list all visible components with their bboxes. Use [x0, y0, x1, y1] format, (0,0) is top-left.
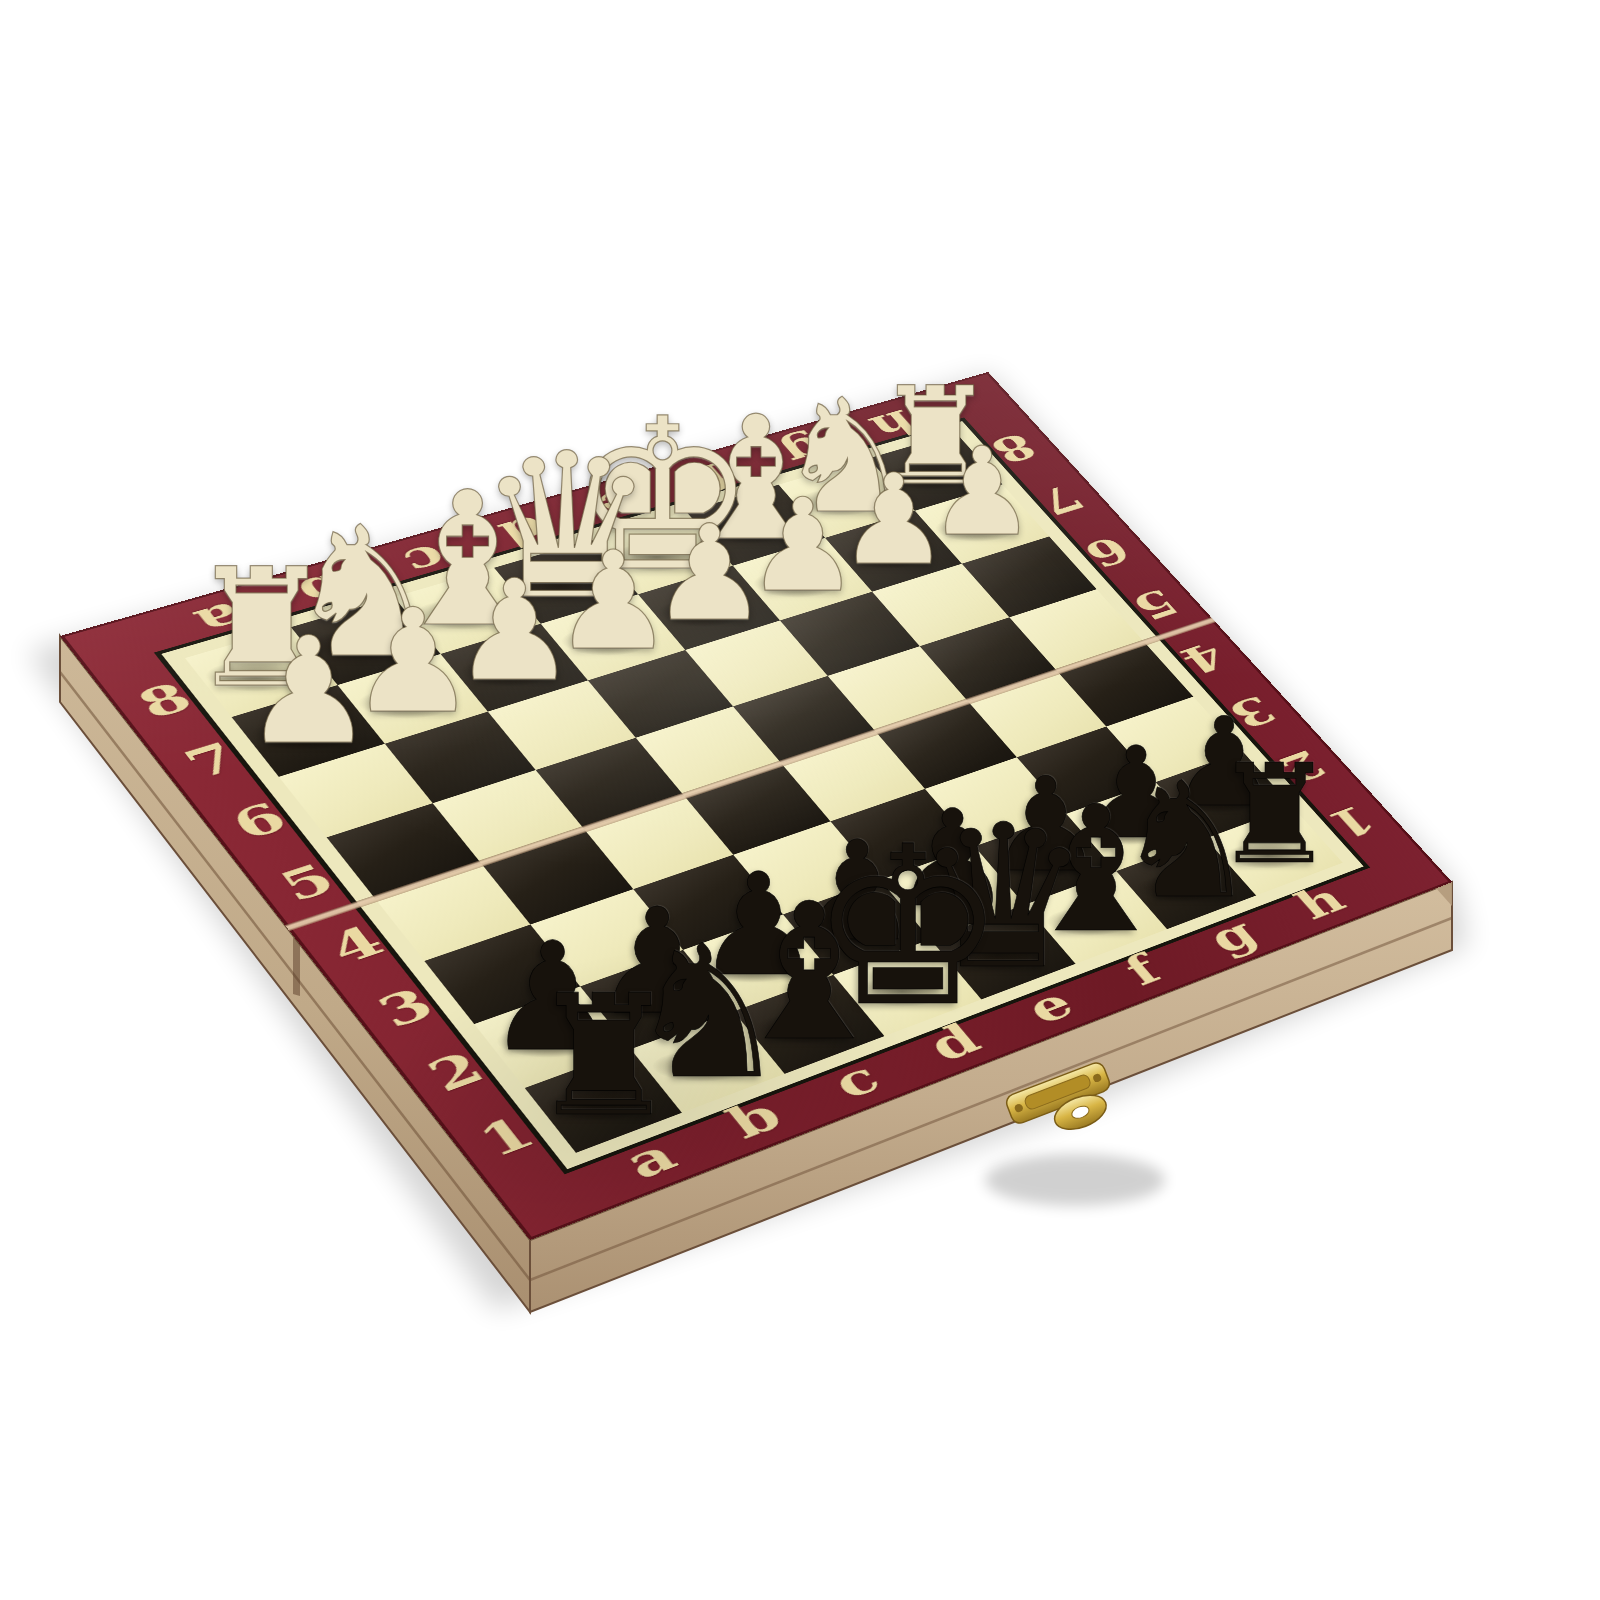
pieces-layer: ♜♞♟♝♟♚♟♛♟♝♟♞♟♜♟♟♟♟♜♟♞♟♝♟♛♟♚♟♝♟♞♜	[0, 0, 1600, 1600]
piece-bR-a1[interactable]: ♜	[520, 973, 687, 1140]
piece-wP-a7[interactable]: ♟	[235, 618, 383, 766]
scene: aabbccddeeffgghh8877665544332211 ♜♞♟♝♟♚♟…	[0, 0, 1600, 1600]
